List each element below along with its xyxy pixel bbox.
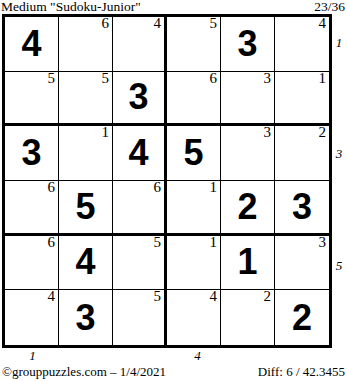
cell-r3c4[interactable]: 5 xyxy=(167,126,221,181)
cell-value xyxy=(113,181,164,233)
cell-r1c6[interactable]: 4 xyxy=(275,17,329,72)
cell-value: 3 xyxy=(113,72,164,124)
cell-r1c2[interactable]: 6 xyxy=(59,17,113,72)
cell-r1c1[interactable]: 4 xyxy=(5,17,59,72)
cell-r2c1[interactable]: 5 xyxy=(5,72,59,127)
cell-value xyxy=(275,17,329,71)
footer: ©grouppuzzles.com – 1/4/2021 Diff: 6 / 4… xyxy=(0,363,347,379)
cell-r6c4[interactable]: 4 xyxy=(167,290,221,345)
puzzle-page: Medium "Sudoku-Junior" 23/36 46453455363… xyxy=(0,0,347,381)
cell-r5c4[interactable]: 1 xyxy=(167,236,221,291)
cell-value xyxy=(221,126,274,180)
cell-value xyxy=(275,72,329,124)
header: Medium "Sudoku-Junior" 23/36 xyxy=(0,0,347,14)
cell-r5c5[interactable]: 1 xyxy=(221,236,275,291)
cell-r4c5[interactable]: 2 xyxy=(221,181,275,236)
cell-r1c4[interactable]: 5 xyxy=(167,17,221,72)
cell-value xyxy=(5,290,58,345)
cell-value xyxy=(275,126,329,180)
cell-value xyxy=(113,17,164,71)
cell-r1c5[interactable]: 3 xyxy=(221,17,275,72)
cell-value xyxy=(167,236,220,290)
cell-value xyxy=(221,290,274,345)
cell-value xyxy=(167,17,220,71)
cell-r1c3[interactable]: 4 xyxy=(113,17,167,72)
copyright-text: ©grouppuzzles.com – 1/4/2021 xyxy=(2,364,166,379)
cell-value xyxy=(59,72,112,124)
cell-r2c3[interactable]: 3 xyxy=(113,72,167,127)
cell-r4c2[interactable]: 5 xyxy=(59,181,113,236)
cell-value: 4 xyxy=(5,17,58,71)
cell-value: 5 xyxy=(59,181,112,233)
cell-r6c3[interactable]: 5 xyxy=(113,290,167,345)
cell-r6c6[interactable]: 2 xyxy=(275,290,329,345)
cell-r4c3[interactable]: 6 xyxy=(113,181,167,236)
col-label-1: 1 xyxy=(26,348,40,363)
cell-value: 2 xyxy=(275,290,329,345)
cell-value: 5 xyxy=(167,126,220,180)
difficulty-text: Diff: 6 / 42.3455 xyxy=(258,364,345,379)
clue-counter: 23/36 xyxy=(314,0,347,14)
col-label-4: 4 xyxy=(191,348,205,363)
cell-value xyxy=(59,126,112,180)
cell-value: 2 xyxy=(221,181,274,233)
cell-value xyxy=(113,236,164,290)
cell-r5c3[interactable]: 5 xyxy=(113,236,167,291)
cell-r6c5[interactable]: 2 xyxy=(221,290,275,345)
cell-value xyxy=(167,72,220,124)
cell-value: 3 xyxy=(275,181,329,233)
cell-value xyxy=(59,17,112,71)
cell-r4c4[interactable]: 1 xyxy=(167,181,221,236)
cell-value: 3 xyxy=(221,17,274,71)
cell-value xyxy=(167,290,220,345)
cell-r4c1[interactable]: 6 xyxy=(5,181,59,236)
cell-r4c6[interactable]: 3 xyxy=(275,181,329,236)
cell-r6c2[interactable]: 3 xyxy=(59,290,113,345)
cell-value: 1 xyxy=(221,236,274,290)
cell-r3c2[interactable]: 1 xyxy=(59,126,113,181)
cell-r3c6[interactable]: 2 xyxy=(275,126,329,181)
cell-value xyxy=(167,181,220,233)
cell-value: 4 xyxy=(59,236,112,290)
cell-value: 3 xyxy=(59,290,112,345)
cell-value xyxy=(275,236,329,290)
cell-r3c3[interactable]: 4 xyxy=(113,126,167,181)
cell-r3c1[interactable]: 3 xyxy=(5,126,59,181)
cell-r2c6[interactable]: 1 xyxy=(275,72,329,127)
puzzle-title: Medium "Sudoku-Junior" xyxy=(0,0,141,14)
cell-value xyxy=(221,72,274,124)
cell-r5c2[interactable]: 4 xyxy=(59,236,113,291)
cell-value xyxy=(5,236,58,290)
sudoku-board: 464534553631314532656123645113435422 xyxy=(2,14,332,348)
cell-value: 3 xyxy=(5,126,58,180)
cell-r3c5[interactable]: 3 xyxy=(221,126,275,181)
row-label-5: 5 xyxy=(332,258,346,273)
row-label-1: 1 xyxy=(332,35,346,50)
cell-r6c1[interactable]: 4 xyxy=(5,290,59,345)
cell-r2c4[interactable]: 6 xyxy=(167,72,221,127)
cell-value xyxy=(113,290,164,345)
cell-value xyxy=(5,72,58,124)
cell-value: 4 xyxy=(113,126,164,180)
cell-r5c1[interactable]: 6 xyxy=(5,236,59,291)
cell-r2c2[interactable]: 5 xyxy=(59,72,113,127)
cell-value xyxy=(5,181,58,233)
cell-r2c5[interactable]: 3 xyxy=(221,72,275,127)
cell-r5c6[interactable]: 3 xyxy=(275,236,329,291)
row-label-3: 3 xyxy=(332,146,346,161)
